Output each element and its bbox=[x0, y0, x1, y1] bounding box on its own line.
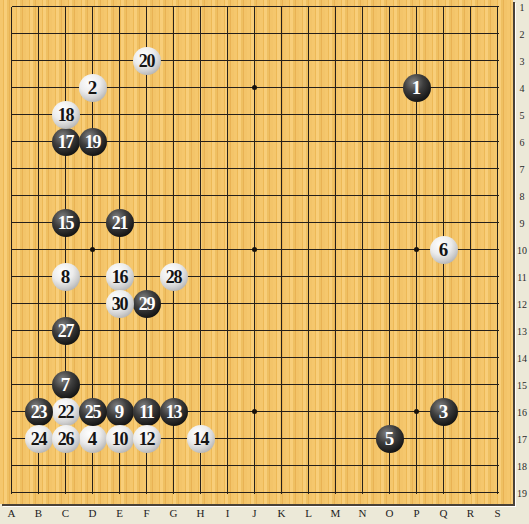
star-point bbox=[414, 409, 419, 414]
stone-black-27[interactable]: 27 bbox=[52, 317, 80, 345]
column-label-E: E bbox=[110, 506, 130, 520]
stone-black-19[interactable]: 19 bbox=[79, 128, 107, 156]
row-label-13: 13 bbox=[515, 326, 529, 337]
stone-black-29[interactable]: 29 bbox=[133, 290, 161, 318]
grid-hline bbox=[12, 330, 499, 331]
grid-hline bbox=[12, 168, 499, 169]
grid-hline bbox=[12, 222, 499, 223]
grid-hline bbox=[12, 492, 499, 493]
stone-black-11[interactable]: 11 bbox=[133, 398, 161, 426]
column-label-B: B bbox=[29, 506, 49, 520]
column-label-P: P bbox=[407, 506, 427, 520]
grid-vline bbox=[497, 7, 498, 494]
row-label-3: 3 bbox=[515, 56, 529, 67]
row-label-14: 14 bbox=[515, 353, 529, 364]
go-game-diagram: 1234567891011121314151617181920212223242… bbox=[0, 0, 529, 524]
stone-white-6[interactable]: 6 bbox=[430, 236, 458, 264]
stone-white-4[interactable]: 4 bbox=[79, 425, 107, 453]
star-point bbox=[252, 247, 257, 252]
grid-vline bbox=[470, 7, 471, 494]
grid-hline bbox=[12, 195, 499, 196]
row-label-17: 17 bbox=[515, 434, 529, 445]
row-label-2: 2 bbox=[515, 29, 529, 40]
star-point bbox=[252, 409, 257, 414]
grid-vline bbox=[362, 7, 363, 494]
stone-black-17[interactable]: 17 bbox=[52, 128, 80, 156]
grid-vline bbox=[389, 7, 390, 494]
column-label-Q: Q bbox=[434, 506, 454, 520]
stone-black-5[interactable]: 5 bbox=[376, 425, 404, 453]
row-label-9: 9 bbox=[515, 218, 529, 229]
stone-black-3[interactable]: 3 bbox=[430, 398, 458, 426]
grid-vline bbox=[281, 7, 282, 494]
column-label-L: L bbox=[299, 506, 319, 520]
grid-vline bbox=[11, 7, 12, 494]
stone-black-7[interactable]: 7 bbox=[52, 371, 80, 399]
column-label-M: M bbox=[326, 506, 346, 520]
grid-vline bbox=[335, 7, 336, 494]
grid-hline bbox=[12, 465, 499, 466]
row-label-18: 18 bbox=[515, 461, 529, 472]
column-label-J: J bbox=[245, 506, 265, 520]
grid-hline bbox=[12, 276, 499, 277]
stone-white-14[interactable]: 14 bbox=[187, 425, 215, 453]
grid-hline bbox=[12, 114, 499, 115]
stone-black-15[interactable]: 15 bbox=[52, 209, 80, 237]
stone-white-26[interactable]: 26 bbox=[52, 425, 80, 453]
grid-hline bbox=[12, 384, 499, 385]
row-label-10: 10 bbox=[515, 245, 529, 256]
stone-white-8[interactable]: 8 bbox=[52, 263, 80, 291]
grid-vline bbox=[308, 7, 309, 494]
goban[interactable]: 1234567891011121314151617181920212223242… bbox=[0, 0, 513, 504]
row-label-6: 6 bbox=[515, 137, 529, 148]
row-label-12: 12 bbox=[515, 299, 529, 310]
grid-hline bbox=[12, 33, 499, 34]
column-label-N: N bbox=[353, 506, 373, 520]
column-label-A: A bbox=[2, 506, 22, 520]
row-label-8: 8 bbox=[515, 191, 529, 202]
column-label-C: C bbox=[56, 506, 76, 520]
row-label-19: 19 bbox=[515, 488, 529, 499]
stone-white-2[interactable]: 2 bbox=[79, 74, 107, 102]
stone-black-23[interactable]: 23 bbox=[25, 398, 53, 426]
stone-white-12[interactable]: 12 bbox=[133, 425, 161, 453]
stone-white-20[interactable]: 20 bbox=[133, 47, 161, 75]
star-point bbox=[252, 85, 257, 90]
column-label-R: R bbox=[461, 506, 481, 520]
stone-black-21[interactable]: 21 bbox=[106, 209, 134, 237]
column-label-D: D bbox=[83, 506, 103, 520]
row-label-1: 1 bbox=[515, 2, 529, 13]
stone-black-25[interactable]: 25 bbox=[79, 398, 107, 426]
column-label-G: G bbox=[164, 506, 184, 520]
grid-hline bbox=[12, 60, 499, 61]
column-label-I: I bbox=[218, 506, 238, 520]
grid-hline bbox=[12, 6, 499, 7]
row-label-5: 5 bbox=[515, 110, 529, 121]
grid-hline bbox=[12, 303, 499, 304]
stone-white-10[interactable]: 10 bbox=[106, 425, 134, 453]
row-label-4: 4 bbox=[515, 83, 529, 94]
column-label-F: F bbox=[137, 506, 157, 520]
stone-white-28[interactable]: 28 bbox=[160, 263, 188, 291]
grid-vline bbox=[227, 7, 228, 494]
row-label-16: 16 bbox=[515, 407, 529, 418]
grid-hline bbox=[12, 357, 499, 358]
row-label-7: 7 bbox=[515, 164, 529, 175]
star-point bbox=[414, 247, 419, 252]
stone-black-1[interactable]: 1 bbox=[403, 74, 431, 102]
stone-white-24[interactable]: 24 bbox=[25, 425, 53, 453]
stone-black-9[interactable]: 9 bbox=[106, 398, 134, 426]
stone-black-13[interactable]: 13 bbox=[160, 398, 188, 426]
column-label-S: S bbox=[488, 506, 508, 520]
stone-white-18[interactable]: 18 bbox=[52, 101, 80, 129]
column-label-O: O bbox=[380, 506, 400, 520]
star-point bbox=[90, 247, 95, 252]
grid-vline bbox=[200, 7, 201, 494]
column-label-H: H bbox=[191, 506, 211, 520]
stone-white-16[interactable]: 16 bbox=[106, 263, 134, 291]
column-label-K: K bbox=[272, 506, 292, 520]
row-label-15: 15 bbox=[515, 380, 529, 391]
stone-white-30[interactable]: 30 bbox=[106, 290, 134, 318]
stone-white-22[interactable]: 22 bbox=[52, 398, 80, 426]
row-label-11: 11 bbox=[515, 272, 529, 283]
